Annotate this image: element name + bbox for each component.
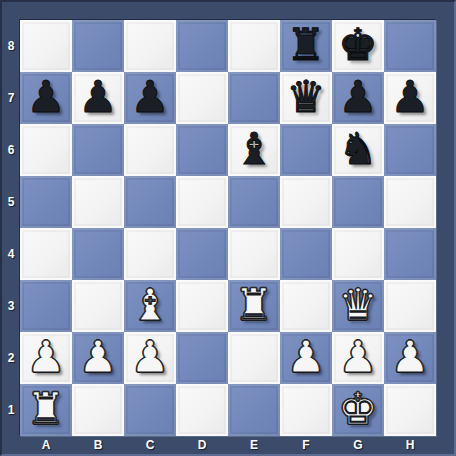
square-c6[interactable] [124,124,176,176]
black-pawn-h7[interactable]: ♟ [390,72,429,123]
file-label-e: E [228,436,280,454]
square-g2[interactable]: ♟ [332,332,384,384]
square-b6[interactable] [72,124,124,176]
black-pawn-a7[interactable]: ♟ [26,72,65,123]
square-e5[interactable] [228,176,280,228]
rank-labels: 87654321 [2,20,20,436]
rank-label-3: 3 [2,280,20,332]
square-f3[interactable] [280,280,332,332]
square-d7[interactable] [176,72,228,124]
square-h8[interactable] [384,20,436,72]
file-label-f: F [280,436,332,454]
square-c4[interactable] [124,228,176,280]
square-e2[interactable] [228,332,280,384]
square-b4[interactable] [72,228,124,280]
rank-label-4: 4 [2,228,20,280]
white-pawn-a2[interactable]: ♟ [26,332,65,383]
square-g6[interactable]: ♞ [332,124,384,176]
square-h5[interactable] [384,176,436,228]
square-c8[interactable] [124,20,176,72]
square-e7[interactable] [228,72,280,124]
square-a3[interactable] [20,280,72,332]
black-pawn-c7[interactable]: ♟ [130,72,169,123]
square-d4[interactable] [176,228,228,280]
square-g4[interactable] [332,228,384,280]
square-f6[interactable] [280,124,332,176]
white-rook-a1[interactable]: ♜ [26,384,65,435]
square-a8[interactable] [20,20,72,72]
square-a1[interactable]: ♜ [20,384,72,436]
black-queen-f7[interactable]: ♛ [286,72,325,123]
square-h2[interactable]: ♟ [384,332,436,384]
white-pawn-h2[interactable]: ♟ [390,332,429,383]
rank-label-7: 7 [2,72,20,124]
white-bishop-c3[interactable]: ♝ [130,280,169,331]
square-a6[interactable] [20,124,72,176]
black-pawn-b7[interactable]: ♟ [78,72,117,123]
square-b3[interactable] [72,280,124,332]
black-knight-g6[interactable]: ♞ [338,124,377,175]
square-a5[interactable] [20,176,72,228]
square-b2[interactable]: ♟ [72,332,124,384]
square-a7[interactable]: ♟ [20,72,72,124]
square-g8[interactable]: ♚ [332,20,384,72]
square-g3[interactable]: ♛ [332,280,384,332]
square-f4[interactable] [280,228,332,280]
white-pawn-f2[interactable]: ♟ [286,332,325,383]
square-b7[interactable]: ♟ [72,72,124,124]
square-b5[interactable] [72,176,124,228]
square-f8[interactable]: ♜ [280,20,332,72]
square-a2[interactable]: ♟ [20,332,72,384]
board: ♜♚♟♟♟♛♟♟♝♞♝♜♛♟♟♟♟♟♟♜♚ [20,20,436,436]
white-king-g1[interactable]: ♚ [338,384,377,435]
square-c1[interactable] [124,384,176,436]
square-h1[interactable] [384,384,436,436]
square-d3[interactable] [176,280,228,332]
rank-label-1: 1 [2,384,20,436]
square-d5[interactable] [176,176,228,228]
white-pawn-c2[interactable]: ♟ [130,332,169,383]
file-label-a: A [20,436,72,454]
black-rook-f8[interactable]: ♜ [286,20,325,71]
square-d2[interactable] [176,332,228,384]
square-f7[interactable]: ♛ [280,72,332,124]
square-d8[interactable] [176,20,228,72]
file-labels: ABCDEFGH [20,436,436,454]
square-g5[interactable] [332,176,384,228]
square-g7[interactable]: ♟ [332,72,384,124]
square-f1[interactable] [280,384,332,436]
white-queen-g3[interactable]: ♛ [338,280,377,331]
square-h6[interactable] [384,124,436,176]
square-e1[interactable] [228,384,280,436]
square-c2[interactable]: ♟ [124,332,176,384]
square-h7[interactable]: ♟ [384,72,436,124]
square-d6[interactable] [176,124,228,176]
file-label-c: C [124,436,176,454]
file-label-b: B [72,436,124,454]
rank-label-8: 8 [2,20,20,72]
square-h4[interactable] [384,228,436,280]
board-frame: 87654321 ABCDEFGH ♜♚♟♟♟♛♟♟♝♞♝♜♛♟♟♟♟♟♟♜♚ [0,0,456,456]
square-e3[interactable]: ♜ [228,280,280,332]
square-e6[interactable]: ♝ [228,124,280,176]
square-f2[interactable]: ♟ [280,332,332,384]
square-f5[interactable] [280,176,332,228]
square-c7[interactable]: ♟ [124,72,176,124]
rank-label-5: 5 [2,176,20,228]
square-h3[interactable] [384,280,436,332]
square-e4[interactable] [228,228,280,280]
square-b1[interactable] [72,384,124,436]
square-a4[interactable] [20,228,72,280]
file-label-d: D [176,436,228,454]
file-label-g: G [332,436,384,454]
square-e8[interactable] [228,20,280,72]
white-rook-e3[interactable]: ♜ [234,280,273,331]
square-c5[interactable] [124,176,176,228]
black-pawn-g7[interactable]: ♟ [338,72,377,123]
rank-label-6: 6 [2,124,20,176]
square-d1[interactable] [176,384,228,436]
file-label-h: H [384,436,436,454]
black-king-g8[interactable]: ♚ [338,20,377,71]
black-bishop-e6[interactable]: ♝ [234,124,273,175]
white-pawn-b2[interactable]: ♟ [78,332,117,383]
white-pawn-g2[interactable]: ♟ [338,332,377,383]
square-c3[interactable]: ♝ [124,280,176,332]
square-g1[interactable]: ♚ [332,384,384,436]
rank-label-2: 2 [2,332,20,384]
square-b8[interactable] [72,20,124,72]
